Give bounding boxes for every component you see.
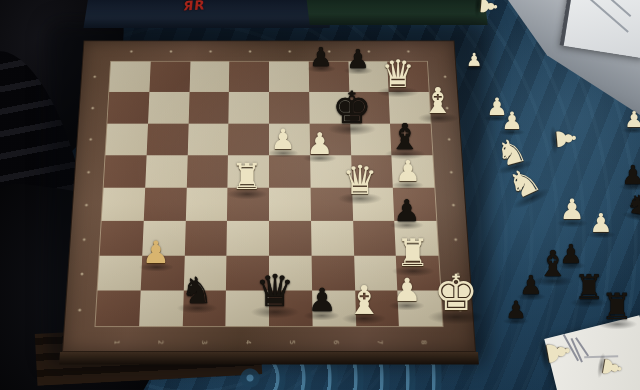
border-mark — [130, 50, 133, 52]
square-a2[interactable] — [149, 62, 190, 92]
border-mark — [450, 171, 453, 174]
piece-black-pawn-f7[interactable]: ♟ — [394, 196, 421, 226]
captured-black-pawn[interactable]: ♟ — [621, 162, 640, 188]
square-h1[interactable] — [96, 290, 141, 326]
border-mark — [80, 273, 83, 276]
border-mark — [452, 204, 455, 207]
square-a5[interactable] — [269, 62, 309, 92]
square-e5[interactable] — [269, 188, 311, 221]
captured-black-rook[interactable]: ♜ — [574, 270, 604, 304]
coord-label-8: 8 — [419, 340, 427, 344]
piece-white-bishop-h6[interactable]: ♝ — [346, 280, 382, 320]
captured-black-pawn[interactable]: ♟ — [505, 298, 527, 322]
board-front-edge — [59, 352, 479, 365]
border-mark — [78, 308, 81, 311]
border-mark — [87, 171, 90, 174]
captured-white-pawn[interactable]: ♟ — [476, 0, 500, 17]
square-c4[interactable] — [228, 123, 269, 155]
border-mark — [93, 76, 96, 78]
square-a4[interactable] — [229, 62, 269, 92]
coord-label-5: 5 — [288, 340, 296, 344]
square-b5[interactable] — [269, 92, 309, 123]
coord-label-3: 3 — [200, 340, 208, 344]
square-a3[interactable] — [189, 62, 229, 92]
captured-white-pawn[interactable]: ♟ — [552, 126, 580, 151]
piece-white-pawn-h7[interactable]: ♟ — [393, 274, 422, 306]
border-mark — [288, 50, 291, 52]
border-mark — [448, 138, 451, 141]
square-c1[interactable] — [106, 123, 148, 155]
square-a1[interactable] — [109, 62, 150, 92]
square-b4[interactable] — [229, 92, 269, 123]
border-mark — [249, 50, 252, 52]
square-d1[interactable] — [104, 155, 147, 188]
captured-black-rook[interactable]: ♜ — [601, 289, 633, 325]
piece-white-pawn-d4[interactable]: ♟ — [270, 126, 295, 154]
border-mark — [91, 107, 94, 109]
square-e1[interactable] — [102, 188, 145, 221]
piece-black-queen-h4[interactable]: ♛ — [255, 269, 294, 313]
coord-label-4: 4 — [244, 340, 252, 344]
border-mark — [170, 50, 173, 52]
piece-white-rook-g7[interactable]: ♜ — [396, 234, 430, 272]
piece-tan-pawn-g1[interactable]: ♟ — [142, 237, 170, 268]
piece-black-pawn-a6[interactable]: ♟ — [346, 46, 369, 72]
piece-black-king-c6[interactable]: ♚ — [332, 86, 371, 130]
piece-white-king-h8[interactable]: ♚ — [434, 268, 479, 318]
piece-black-knight-h2[interactable]: ♞ — [181, 273, 213, 309]
piece-white-pawn-e7[interactable]: ♟ — [395, 157, 421, 186]
square-g1[interactable] — [98, 255, 142, 290]
coord-label-6: 6 — [332, 340, 340, 344]
photo-stage: ЯR 12345678 ♟♟♚♝♟♞♛♟♛♝♟♟♜♛♟♟♜♝♟♚ ♟♟♟♟♞♞♟… — [0, 0, 640, 390]
square-c2[interactable] — [146, 123, 188, 155]
bag-logo: ЯR — [182, 0, 206, 14]
coord-label-2: 2 — [156, 340, 164, 344]
coord-label-1: 1 — [112, 340, 120, 344]
square-d2[interactable] — [145, 155, 187, 188]
square-b3[interactable] — [188, 92, 229, 123]
carpet-pattern-strip — [238, 364, 448, 390]
square-b1[interactable] — [107, 92, 149, 123]
border-mark — [89, 138, 92, 141]
captured-white-pawn[interactable]: ♟ — [466, 51, 482, 69]
square-f4[interactable] — [227, 221, 269, 255]
piece-white-queen-b7[interactable]: ♛ — [381, 55, 415, 93]
captured-white-pawn[interactable]: ♟ — [598, 355, 625, 380]
square-b2[interactable] — [148, 92, 189, 123]
piece-white-pawn-d5[interactable]: ♟ — [307, 129, 334, 159]
piece-black-pawn-a5[interactable]: ♟ — [309, 44, 332, 70]
square-f3[interactable] — [184, 221, 227, 255]
border-mark — [444, 76, 447, 78]
piece-black-pawn-h5[interactable]: ♟ — [308, 284, 337, 316]
square-f6[interactable] — [311, 221, 354, 255]
square-f5[interactable] — [269, 221, 311, 255]
captured-white-pawn[interactable]: ♟ — [559, 196, 584, 224]
captured-white-knight[interactable]: ♞ — [502, 160, 546, 206]
border-mark — [85, 204, 88, 207]
square-e3[interactable] — [185, 188, 227, 221]
border-mark — [83, 238, 86, 241]
border-mark — [209, 50, 212, 52]
captured-black-pawn[interactable]: ♟ — [519, 272, 542, 298]
square-e2[interactable] — [144, 188, 187, 221]
captured-white-pawn[interactable]: ♟ — [624, 109, 640, 131]
captured-white-pawn[interactable]: ♟ — [589, 210, 612, 236]
coord-label-7: 7 — [376, 340, 384, 344]
square-d3[interactable] — [186, 155, 228, 188]
piece-black-bishop-d7[interactable]: ♝ — [389, 119, 421, 155]
piece-white-bishop-c8[interactable]: ♝ — [422, 83, 454, 119]
captured-white-pawn[interactable]: ♟ — [541, 336, 575, 368]
square-f1[interactable] — [100, 221, 144, 255]
piece-white-rook-e3[interactable]: ♜ — [231, 159, 263, 195]
piece-white-queen-e6[interactable]: ♛ — [342, 160, 378, 200]
square-c3[interactable] — [187, 123, 228, 155]
border-mark — [454, 238, 457, 241]
captured-black-knight[interactable]: ♞ — [624, 190, 640, 220]
